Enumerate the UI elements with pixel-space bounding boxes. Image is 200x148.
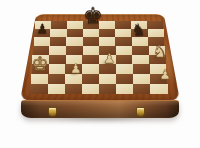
piece-white-pawn: ♟ bbox=[104, 52, 116, 65]
piece-white-king: ♚ bbox=[31, 54, 48, 73]
piece-white-pawn: ♟ bbox=[159, 68, 171, 81]
pieces-layer: ♚♟♞♞♟♚♟♟ bbox=[0, 0, 200, 148]
piece-black-knight: ♞ bbox=[131, 22, 145, 38]
piece-black-king: ♚ bbox=[83, 5, 103, 27]
piece-black-pawn: ♟ bbox=[36, 23, 48, 36]
piece-white-pawn: ♟ bbox=[70, 62, 82, 75]
photo-background: ♚♟♞♞♟♚♟♟ bbox=[0, 0, 200, 148]
piece-white-knight: ♞ bbox=[153, 43, 167, 59]
